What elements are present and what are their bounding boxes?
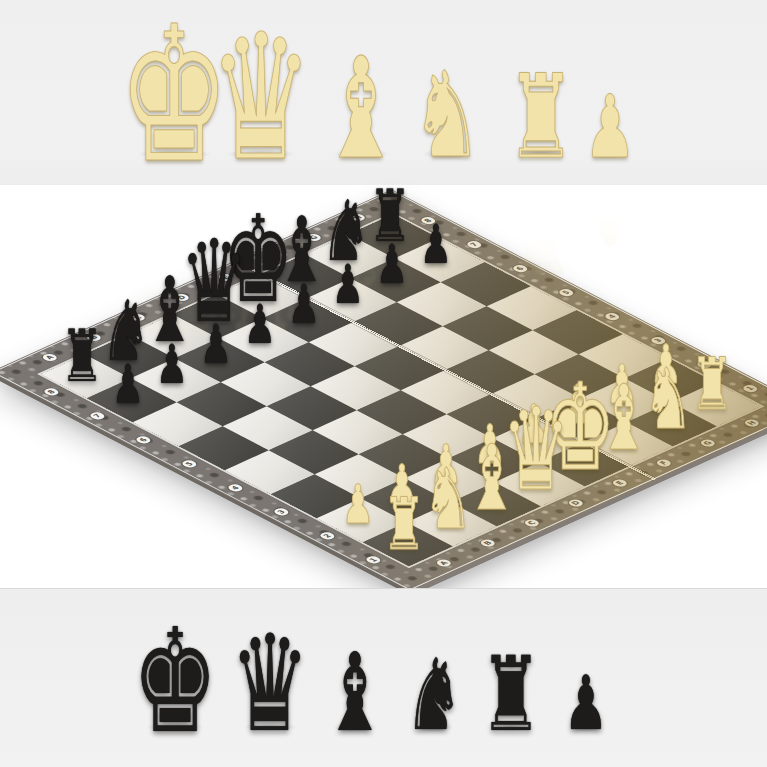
chess-board: AA88BB77CC66DD55EE44FF33GG22HH11: [0, 189, 767, 595]
rank-label-1-left: 1: [364, 555, 384, 565]
file-label-c-far: C: [128, 313, 148, 323]
file-label-e-near: E: [610, 478, 630, 488]
file-label-f-near: F: [654, 458, 674, 468]
file-label-b-near: B: [478, 538, 498, 548]
file-label-c-near: C: [522, 518, 542, 528]
board-squares: [41, 214, 761, 566]
rank-label-3-left: 3: [272, 507, 292, 517]
file-label-d-far: D: [172, 293, 192, 303]
rank-label-2-right: 2: [694, 360, 714, 370]
file-label-d-near: D: [566, 498, 586, 508]
rank-label-6-right: 6: [510, 264, 530, 274]
white-pieces-shelf: [0, 0, 767, 186]
rank-label-3-right: 3: [648, 336, 668, 346]
file-label-b-far: B: [84, 333, 104, 343]
file-label-g-near: G: [698, 438, 718, 448]
rank-label-2-left: 2: [318, 531, 338, 541]
file-label-e-far: E: [216, 273, 236, 283]
file-label-g-far: G: [304, 233, 324, 243]
rank-label-4-right: 4: [602, 312, 622, 322]
rank-label-5-right: 5: [556, 288, 576, 298]
rank-label-5-left: 5: [180, 459, 200, 469]
file-label-h-far: H: [348, 213, 368, 223]
board-photo-area: AA88BB77CC66DD55EE44FF33GG22HH11 ♜♞♝♛♚♝♞…: [0, 185, 767, 588]
rank-label-7-left: 7: [88, 411, 108, 421]
rank-label-4-left: 4: [226, 483, 246, 493]
file-label-a-far: A: [40, 353, 60, 363]
file-label-h-near: H: [742, 418, 762, 428]
file-label-a-near: A: [434, 558, 454, 568]
rank-label-7-right: 7: [464, 240, 484, 250]
rank-label-6-left: 6: [134, 435, 154, 445]
black-pieces-shelf: [0, 588, 767, 767]
file-label-f-far: F: [260, 253, 280, 263]
rank-label-8-right: 8: [418, 216, 438, 226]
rank-label-8-left: 8: [42, 387, 62, 397]
rank-label-1-right: 1: [740, 384, 760, 394]
